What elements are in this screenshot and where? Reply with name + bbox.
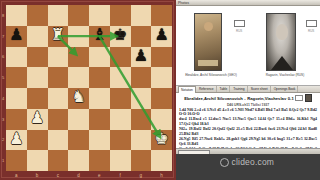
- black-player-caption: Ragozin, Viacheslav (RUS): [252, 73, 318, 77]
- black-bishop[interactable]: ♝: [92, 27, 106, 43]
- square-c4[interactable]: [48, 88, 69, 109]
- square-a1[interactable]: [6, 150, 27, 171]
- square-c8[interactable]: [48, 5, 69, 26]
- square-e5[interactable]: [89, 67, 110, 88]
- square-a4[interactable]: [6, 88, 27, 109]
- move-list[interactable]: 1.d4 Nf6 2.c4 e6 3.Nc3 d5 4.e3 c6 5.Nf3 …: [179, 108, 317, 149]
- square-h8[interactable]: [151, 5, 172, 26]
- square-h5[interactable]: [151, 67, 172, 88]
- square-e1[interactable]: [89, 150, 110, 171]
- tab-score-sheet[interactable]: Score sheet: [249, 86, 271, 92]
- game-header: Ebralidze,Archil Silovanovich - Ragozin,…: [179, 94, 317, 102]
- square-d2[interactable]: [68, 130, 89, 151]
- players-separator: -: [244, 96, 245, 101]
- square-h7[interactable]: ♟: [151, 26, 172, 47]
- square-f2[interactable]: [110, 130, 131, 151]
- square-e8[interactable]: [89, 5, 110, 26]
- move-line[interactable]: 26.Ng5 Rf5 27.Nxe6 Rxh3+ 28.gxh3 Qg6 29.…: [179, 137, 317, 147]
- square-h1[interactable]: [151, 150, 172, 171]
- white-rook[interactable]: ♜: [51, 27, 65, 43]
- square-c5[interactable]: [48, 67, 69, 88]
- russia-flag-icon: [234, 20, 245, 27]
- black-king[interactable]: ♚: [113, 27, 127, 43]
- square-g5[interactable]: [131, 67, 152, 88]
- square-g3[interactable]: [131, 109, 152, 130]
- tab-openings-book[interactable]: Openings Book: [272, 86, 299, 92]
- white-pawn[interactable]: ♟: [9, 131, 23, 147]
- photos-pane: RUS RUS Ebralidze, Archil Silovanovich (…: [176, 7, 320, 85]
- russia-flag-icon: [295, 95, 303, 101]
- square-g7[interactable]: [131, 26, 152, 47]
- player-portrait-icon: [305, 94, 312, 102]
- black-pawn[interactable]: ♟: [154, 27, 168, 43]
- square-d6[interactable]: [68, 47, 89, 68]
- square-b8[interactable]: [27, 5, 48, 26]
- video-frame: 87654321 ♟♜♝♚♟♟♞♟♟♚ abcdefgh Photos RUS …: [0, 0, 320, 180]
- square-b2[interactable]: [27, 130, 48, 151]
- square-g2[interactable]: [131, 130, 152, 151]
- square-a2[interactable]: ♟: [6, 130, 27, 151]
- square-b5[interactable]: [27, 67, 48, 88]
- square-g8[interactable]: [131, 5, 152, 26]
- square-c7[interactable]: ♜: [48, 26, 69, 47]
- square-b7[interactable]: [27, 26, 48, 47]
- black-player-name: Ragozin,Viacheslav: [247, 96, 286, 101]
- square-d4[interactable]: ♞: [68, 88, 89, 109]
- file-label-a: a: [6, 171, 27, 180]
- square-e2[interactable]: [89, 130, 110, 151]
- move-line[interactable]: Nf2+ 19.Rxf2 Bxf2 20.Qxf2 Qxf2 21.e5 Be6…: [179, 127, 317, 137]
- square-d5[interactable]: [68, 67, 89, 88]
- file-label-b: b: [27, 171, 48, 180]
- square-f4[interactable]: [110, 88, 131, 109]
- square-a6[interactable]: [6, 47, 27, 68]
- tab-table[interactable]: Table: [218, 86, 231, 92]
- chess-board[interactable]: ♟♜♝♚♟♟♞♟♟♚: [6, 5, 172, 171]
- square-g6[interactable]: ♟: [131, 47, 152, 68]
- file-label-h: h: [151, 171, 172, 180]
- white-pawn[interactable]: ♟: [30, 110, 44, 126]
- game-result: 0-1: [288, 96, 294, 101]
- square-b6[interactable]: [27, 47, 48, 68]
- square-d7[interactable]: [68, 26, 89, 47]
- tab-reference[interactable]: Reference: [197, 86, 217, 92]
- square-f6[interactable]: [110, 47, 131, 68]
- square-h3[interactable]: [151, 109, 172, 130]
- square-f8[interactable]: [110, 5, 131, 26]
- white-player-caption: Ebralidze, Archil Silovanovich (GEO): [176, 73, 246, 77]
- square-c6[interactable]: [48, 47, 69, 68]
- chess-board-panel: 87654321 ♟♜♝♚♟♟♞♟♟♚ abcdefgh: [0, 0, 177, 180]
- file-label-f: f: [110, 171, 131, 180]
- footer-bar: clideo.com: [176, 154, 320, 180]
- square-d8[interactable]: [68, 5, 89, 26]
- square-h6[interactable]: [151, 47, 172, 68]
- chessbase-side-panel: Photos RUS RUS Ebralidze, Archil Silovan…: [176, 0, 320, 180]
- square-a5[interactable]: [6, 67, 27, 88]
- black-pawn[interactable]: ♟: [134, 48, 148, 64]
- tab-training[interactable]: Training: [231, 86, 247, 92]
- square-g4[interactable]: [131, 88, 152, 109]
- square-a3[interactable]: [6, 109, 27, 130]
- square-e3[interactable]: [89, 109, 110, 130]
- square-e4[interactable]: [89, 88, 110, 109]
- file-labels: abcdefgh: [6, 171, 172, 180]
- black-player-photo: [266, 13, 296, 71]
- file-label-e: e: [89, 171, 110, 180]
- black-pawn[interactable]: ♟: [9, 27, 23, 43]
- square-e6[interactable]: [89, 47, 110, 68]
- square-a8[interactable]: [6, 5, 27, 26]
- watermark-text: clideo.com: [232, 157, 275, 167]
- russia-flag-icon: [306, 20, 317, 27]
- black-player-federation: RUS: [308, 29, 314, 33]
- square-e7[interactable]: ♝: [89, 26, 110, 47]
- white-player-photo: [194, 13, 222, 71]
- tab-notation[interactable]: Notation: [178, 86, 196, 93]
- game-info-line: D46 URS-ch11 Tbilisi 1937: [179, 103, 317, 107]
- white-player-name: Ebralidze,Archil Silovanovich: [184, 96, 243, 101]
- square-c3[interactable]: [48, 109, 69, 130]
- square-f1[interactable]: [110, 150, 131, 171]
- white-knight[interactable]: ♞: [71, 89, 85, 105]
- square-h2[interactable]: ♚: [151, 130, 172, 151]
- notation-tab-bar: NotationReferenceTableTrainingScore shee…: [176, 85, 320, 93]
- file-label-c: c: [48, 171, 69, 180]
- white-king[interactable]: ♚: [154, 131, 168, 147]
- square-d3[interactable]: [68, 109, 89, 130]
- photos-pane-titlebar[interactable]: Photos: [176, 0, 320, 6]
- square-a7[interactable]: ♟: [6, 26, 27, 47]
- square-f3[interactable]: [110, 109, 131, 130]
- square-d1[interactable]: [68, 150, 89, 171]
- white-player-federation: RUS: [236, 29, 242, 33]
- square-c1[interactable]: [48, 150, 69, 171]
- watermark: clideo.com: [220, 157, 274, 167]
- file-label-d: d: [68, 171, 89, 180]
- file-label-g: g: [131, 171, 152, 180]
- square-g1[interactable]: [131, 150, 152, 171]
- square-b4[interactable]: [27, 88, 48, 109]
- square-f7[interactable]: ♚: [110, 26, 131, 47]
- square-f5[interactable]: [110, 67, 131, 88]
- square-b3[interactable]: ♟: [27, 109, 48, 130]
- clideo-logo-icon: [220, 158, 229, 167]
- square-b1[interactable]: [27, 150, 48, 171]
- move-line[interactable]: 1.d4 Nf6 2.c4 e6 3.Nc3 d5 4.e3 c6 5.Nf3 …: [179, 108, 317, 118]
- square-c2[interactable]: [48, 130, 69, 151]
- notation-pane[interactable]: Ebralidze,Archil Silovanovich - Ragozin,…: [176, 93, 320, 148]
- square-h4[interactable]: [151, 88, 172, 109]
- move-line[interactable]: dxc4 11.Bxc4 e5 12.dxe5 Nxe5 13.Nxe5 Qxe…: [179, 117, 317, 127]
